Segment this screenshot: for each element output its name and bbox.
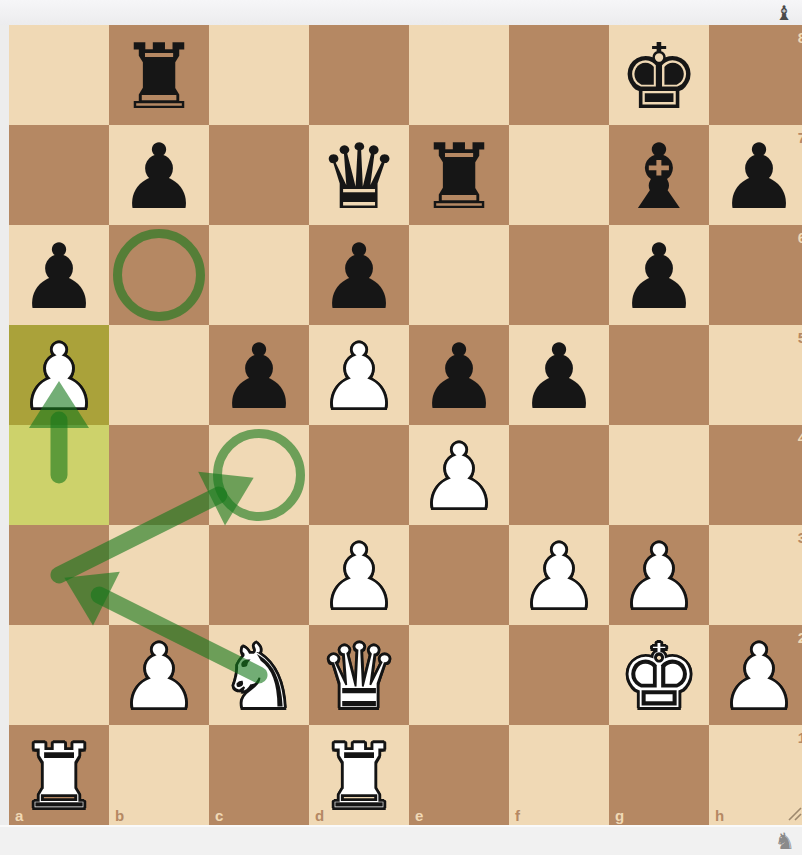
square-g1[interactable]: g xyxy=(609,725,709,825)
rank-label-1: 1 xyxy=(798,730,802,745)
rank-label-5: 5 xyxy=(798,330,802,345)
square-h2[interactable]: ♟2 xyxy=(709,625,802,725)
square-e8[interactable] xyxy=(409,25,509,125)
square-b6[interactable] xyxy=(109,225,209,325)
rank-label-8: 8 xyxy=(798,30,802,45)
square-a2[interactable] xyxy=(9,625,109,725)
black-pawn[interactable]: ♟ xyxy=(9,227,109,327)
square-d7[interactable]: ♛ xyxy=(309,125,409,225)
square-a5[interactable]: ♟ xyxy=(9,325,109,425)
square-f2[interactable] xyxy=(509,625,609,725)
black-pawn[interactable]: ♟ xyxy=(709,127,802,227)
black-king[interactable]: ♚ xyxy=(609,27,709,127)
white-pawn[interactable]: ♟ xyxy=(509,527,609,627)
square-f4[interactable] xyxy=(509,425,609,525)
board-container: ♜♚8♟♛♜♝♟7♟♟♟6♟♟♟♟♟5♟4♟♟♟3♟♞♛♚♟2♜abc♜defg… xyxy=(9,25,802,825)
square-a1[interactable]: ♜a xyxy=(9,725,109,825)
black-pawn[interactable]: ♟ xyxy=(209,327,309,427)
square-g4[interactable] xyxy=(609,425,709,525)
square-d6[interactable]: ♟ xyxy=(309,225,409,325)
chess-board[interactable]: ♜♚8♟♛♜♝♟7♟♟♟6♟♟♟♟♟5♟4♟♟♟3♟♞♛♚♟2♜abc♜defg… xyxy=(9,25,802,825)
square-c3[interactable] xyxy=(209,525,309,625)
file-label-e: e xyxy=(415,808,423,823)
rank-label-2: 2 xyxy=(798,630,802,645)
square-h7[interactable]: ♟7 xyxy=(709,125,802,225)
square-b4[interactable] xyxy=(109,425,209,525)
white-pawn[interactable]: ♟ xyxy=(309,527,409,627)
square-g2[interactable]: ♚ xyxy=(609,625,709,725)
file-label-h: h xyxy=(715,808,724,823)
captured-bishop-icon: ♝ xyxy=(775,3,793,23)
black-rook[interactable]: ♜ xyxy=(109,27,209,127)
file-label-b: b xyxy=(115,808,124,823)
captured-knight-icon: ♞ xyxy=(774,830,795,853)
square-e2[interactable] xyxy=(409,625,509,725)
file-label-g: g xyxy=(615,808,624,823)
black-pawn[interactable]: ♟ xyxy=(309,227,409,327)
square-f6[interactable] xyxy=(509,225,609,325)
top-player-bar: ♝ xyxy=(0,0,802,25)
file-label-f: f xyxy=(515,808,520,823)
square-d1[interactable]: ♜d xyxy=(309,725,409,825)
square-g3[interactable]: ♟ xyxy=(609,525,709,625)
square-e1[interactable]: e xyxy=(409,725,509,825)
square-d5[interactable]: ♟ xyxy=(309,325,409,425)
square-f8[interactable] xyxy=(509,25,609,125)
rank-label-6: 6 xyxy=(798,230,802,245)
square-c8[interactable] xyxy=(209,25,309,125)
white-rook[interactable]: ♜ xyxy=(9,727,109,825)
white-queen[interactable]: ♛ xyxy=(309,627,409,727)
square-g6[interactable]: ♟ xyxy=(609,225,709,325)
board-resize-handle[interactable] xyxy=(786,805,802,821)
white-pawn[interactable]: ♟ xyxy=(9,327,109,427)
white-pawn[interactable]: ♟ xyxy=(109,627,209,727)
square-d2[interactable]: ♛ xyxy=(309,625,409,725)
bottom-player-bar: ♞ xyxy=(0,825,802,855)
square-c6[interactable] xyxy=(209,225,309,325)
square-g7[interactable]: ♝ xyxy=(609,125,709,225)
rank-label-7: 7 xyxy=(798,130,802,145)
square-d3[interactable]: ♟ xyxy=(309,525,409,625)
square-f1[interactable]: f xyxy=(509,725,609,825)
file-label-d: d xyxy=(315,808,324,823)
square-c1[interactable]: c xyxy=(209,725,309,825)
rank-label-3: 3 xyxy=(798,530,802,545)
square-b8[interactable]: ♜ xyxy=(109,25,209,125)
square-h5[interactable]: 5 xyxy=(709,325,802,425)
square-b7[interactable]: ♟ xyxy=(109,125,209,225)
chess-app: ♝ ♜♚8♟♛♜♝♟7♟♟♟6♟♟♟♟♟5♟4♟♟♟3♟♞♛♚♟2♜abc♜de… xyxy=(0,0,802,855)
white-king[interactable]: ♚ xyxy=(609,627,709,727)
square-h3[interactable]: 3 xyxy=(709,525,802,625)
square-h6[interactable]: 6 xyxy=(709,225,802,325)
black-pawn[interactable]: ♟ xyxy=(109,127,209,227)
square-a4[interactable] xyxy=(9,425,109,525)
black-pawn[interactable]: ♟ xyxy=(509,327,609,427)
square-e4[interactable]: ♟ xyxy=(409,425,509,525)
black-rook[interactable]: ♜ xyxy=(409,127,509,227)
white-pawn[interactable]: ♟ xyxy=(709,627,802,727)
white-pawn[interactable]: ♟ xyxy=(409,427,509,527)
black-pawn[interactable]: ♟ xyxy=(609,227,709,327)
square-b3[interactable] xyxy=(109,525,209,625)
square-g5[interactable] xyxy=(609,325,709,425)
resize-grip-icon xyxy=(786,805,802,821)
square-f5[interactable]: ♟ xyxy=(509,325,609,425)
square-g8[interactable]: ♚ xyxy=(609,25,709,125)
file-label-c: c xyxy=(215,808,223,823)
square-b1[interactable]: b xyxy=(109,725,209,825)
black-pawn[interactable]: ♟ xyxy=(409,327,509,427)
square-e3[interactable] xyxy=(409,525,509,625)
square-d4[interactable] xyxy=(309,425,409,525)
square-f3[interactable]: ♟ xyxy=(509,525,609,625)
square-d8[interactable] xyxy=(309,25,409,125)
square-h8[interactable]: 8 xyxy=(709,25,802,125)
square-a8[interactable] xyxy=(9,25,109,125)
rank-label-4: 4 xyxy=(798,430,802,445)
square-b5[interactable] xyxy=(109,325,209,425)
square-a7[interactable] xyxy=(9,125,109,225)
square-e6[interactable] xyxy=(409,225,509,325)
file-label-a: a xyxy=(15,808,23,823)
square-e7[interactable]: ♜ xyxy=(409,125,509,225)
square-h4[interactable]: 4 xyxy=(709,425,802,525)
white-pawn[interactable]: ♟ xyxy=(309,327,409,427)
square-c2[interactable]: ♞ xyxy=(209,625,309,725)
square-a6[interactable]: ♟ xyxy=(9,225,109,325)
square-b2[interactable]: ♟ xyxy=(109,625,209,725)
square-c5[interactable]: ♟ xyxy=(209,325,309,425)
square-e5[interactable]: ♟ xyxy=(409,325,509,425)
square-c4[interactable] xyxy=(209,425,309,525)
square-f7[interactable] xyxy=(509,125,609,225)
square-c7[interactable] xyxy=(209,125,309,225)
square-a3[interactable] xyxy=(9,525,109,625)
black-queen[interactable]: ♛ xyxy=(309,127,409,227)
white-knight[interactable]: ♞ xyxy=(209,627,309,727)
white-pawn[interactable]: ♟ xyxy=(609,527,709,627)
black-bishop[interactable]: ♝ xyxy=(609,127,709,227)
